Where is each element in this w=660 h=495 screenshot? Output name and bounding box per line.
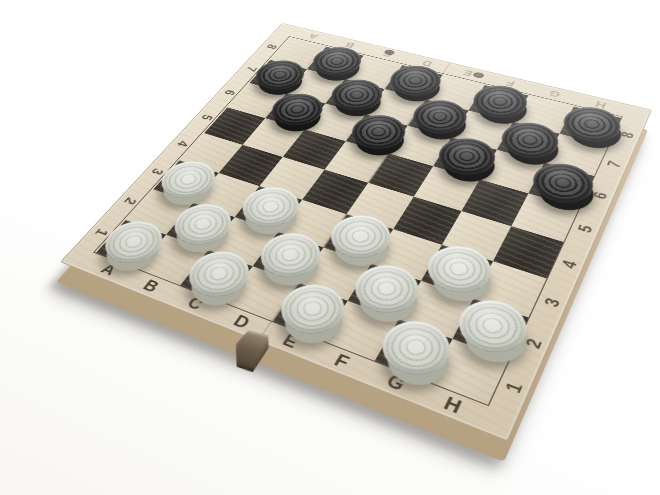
checkers-board: AABBCCDDEEFFGGHH1122334455667788 bbox=[60, 23, 652, 442]
hinge-mark-icon bbox=[383, 49, 395, 56]
photo-stage: AABBCCDDEEFFGGHH1122334455667788 bbox=[0, 0, 660, 495]
hinge-mark-icon bbox=[472, 72, 485, 79]
